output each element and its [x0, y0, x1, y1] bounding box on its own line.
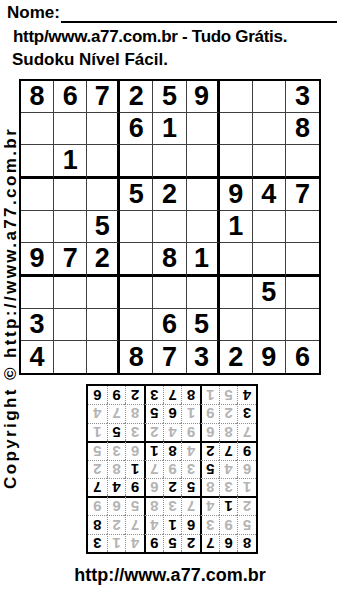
sudoku-cell-r7c1[interactable] — [21, 277, 54, 309]
solution-cell-r8c8: 7 — [107, 404, 126, 422]
sudoku-cell-r8c7[interactable] — [220, 309, 253, 341]
sudoku-cell-r8c3[interactable] — [87, 309, 120, 341]
sudoku-cell-r2c5: 1 — [153, 113, 186, 145]
sudoku-cell-r5c4[interactable] — [120, 211, 153, 243]
solution-board: 8672594135936147282147385691385269476453… — [86, 384, 258, 554]
solution-cell-r6c8: 3 — [107, 441, 126, 460]
solution-cell-r1c5: 5 — [163, 534, 182, 552]
sudoku-cell-r8c2[interactable] — [54, 309, 87, 341]
solution-cell-r4c6: 6 — [144, 478, 163, 496]
solution-cell-r5c7: 1 — [125, 460, 144, 478]
sudoku-cell-r9c7: 2 — [220, 341, 253, 373]
sudoku-cell-r5c8[interactable] — [253, 211, 286, 243]
sudoku-cell-r6c6: 1 — [187, 243, 220, 277]
solution-cell-r7c8: 5 — [107, 423, 126, 441]
solution-cell-r4c8: 4 — [107, 478, 126, 496]
sudoku-cell-r1c6: 9 — [187, 81, 220, 113]
solution-cell-r6c5: 8 — [163, 441, 182, 460]
solution-cell-r8c3: 9 — [200, 404, 219, 422]
solution-cell-r1c9: 3 — [88, 534, 107, 552]
solution-cell-r7c1: 7 — [237, 423, 256, 441]
solution-cell-r4c9: 7 — [88, 478, 107, 496]
solution-cell-r5c5: 9 — [163, 460, 182, 478]
solution-cell-r1c8: 1 — [107, 534, 126, 552]
sudoku-cell-r2c2[interactable] — [54, 113, 87, 145]
sudoku-cell-r1c9: 3 — [286, 81, 319, 113]
solution-cell-r2c6: 4 — [144, 515, 163, 533]
sudoku-cell-r9c8: 9 — [253, 341, 286, 373]
solution-cell-r5c1: 6 — [237, 460, 256, 478]
solution-cell-r6c2: 7 — [219, 441, 238, 460]
page-title: Sudoku Nível Fácil. — [12, 50, 168, 70]
solution-cell-r3c5: 3 — [163, 496, 182, 515]
solution-cell-r3c1: 2 — [237, 496, 256, 515]
solution-cell-r8c6: 5 — [144, 404, 163, 422]
sudoku-cell-r7c3[interactable] — [87, 277, 120, 309]
solution-cell-r5c4: 3 — [181, 460, 200, 478]
solution-cell-r6c1: 9 — [237, 441, 256, 460]
solution-cell-r8c9: 4 — [88, 404, 107, 422]
solution-cell-r6c6: 1 — [144, 441, 163, 460]
sudoku-cell-r1c8[interactable] — [253, 81, 286, 113]
sudoku-cell-r6c5: 8 — [153, 243, 186, 277]
sudoku-cell-r5c1[interactable] — [21, 211, 54, 243]
solution-cell-r9c4: 8 — [181, 386, 200, 404]
sudoku-cell-r8c9[interactable] — [286, 309, 319, 341]
solution-cell-r7c3: 6 — [200, 423, 219, 441]
solution-cell-r7c2: 8 — [219, 423, 238, 441]
sudoku-cell-r2c4: 6 — [120, 113, 153, 145]
solution-cell-r2c9: 8 — [88, 515, 107, 533]
solution-cell-r9c8: 9 — [107, 386, 126, 404]
solution-cell-r1c4: 2 — [181, 534, 200, 552]
sudoku-cell-r3c9[interactable] — [286, 145, 319, 179]
sudoku-cell-r1c7[interactable] — [220, 81, 253, 113]
sudoku-cell-r6c9[interactable] — [286, 243, 319, 277]
sudoku-cell-r3c6[interactable] — [187, 145, 220, 179]
sudoku-cell-r9c5: 7 — [153, 341, 186, 373]
solution-cell-r3c3: 4 — [200, 496, 219, 515]
solution-cell-r1c3: 7 — [200, 534, 219, 552]
solution-cell-r3c9: 9 — [88, 496, 107, 515]
sudoku-cell-r9c2[interactable] — [54, 341, 87, 373]
solution-cell-r8c5: 6 — [163, 404, 182, 422]
sudoku-cell-r4c6[interactable] — [187, 179, 220, 211]
solution-cell-r2c1: 5 — [237, 515, 256, 533]
sudoku-cell-r7c9[interactable] — [286, 277, 319, 309]
sudoku-cell-r6c1: 9 — [21, 243, 54, 277]
sudoku-cell-r9c4: 8 — [120, 341, 153, 373]
solution-cell-r4c2: 3 — [219, 478, 238, 496]
sudoku-cell-r4c7: 9 — [220, 179, 253, 211]
sudoku-cell-r9c9: 6 — [286, 341, 319, 373]
sudoku-cell-r2c3[interactable] — [87, 113, 120, 145]
sudoku-cell-r3c2: 1 — [54, 145, 87, 179]
sudoku-cell-r4c2[interactable] — [54, 179, 87, 211]
sudoku-cell-r3c8[interactable] — [253, 145, 286, 179]
sudoku-cell-r6c7[interactable] — [220, 243, 253, 277]
footer-url: http://www.a77.com.br — [0, 565, 340, 586]
sudoku-cell-r1c1: 8 — [21, 81, 54, 113]
sudoku-cell-r7c5[interactable] — [153, 277, 186, 309]
solution-cell-r8c2: 2 — [219, 404, 238, 422]
solution-cell-r9c5: 7 — [163, 386, 182, 404]
sudoku-cell-r7c2[interactable] — [54, 277, 87, 309]
sudoku-cell-r5c5[interactable] — [153, 211, 186, 243]
sudoku-cell-r8c6: 5 — [187, 309, 220, 341]
sudoku-cell-r4c1[interactable] — [21, 179, 54, 211]
sudoku-cell-r4c4: 5 — [120, 179, 153, 211]
sudoku-cell-r6c2: 7 — [54, 243, 87, 277]
solution-cell-r3c2: 1 — [219, 496, 238, 515]
sudoku-cell-r6c3: 2 — [87, 243, 120, 277]
sudoku-cell-r1c5: 5 — [153, 81, 186, 113]
site-tagline: http/www.a77.com.br - Tudo Grátis. — [13, 27, 287, 47]
solution-cell-r9c7: 2 — [125, 386, 144, 404]
solution-cell-r4c7: 9 — [125, 478, 144, 496]
name-label: Nome: — [7, 3, 60, 23]
sudoku-cell-r4c5: 2 — [153, 179, 186, 211]
solution-cell-r7c9: 1 — [88, 423, 107, 441]
sudoku-cell-r3c1[interactable] — [21, 145, 54, 179]
solution-cell-r4c3: 8 — [200, 478, 219, 496]
sudoku-cell-r7c4[interactable] — [120, 277, 153, 309]
sudoku-cell-r4c9: 7 — [286, 179, 319, 211]
solution-cell-r1c1: 8 — [237, 534, 256, 552]
sudoku-board: 8672593618152947519728153654873296 — [19, 79, 321, 375]
sudoku-cell-r7c6[interactable] — [187, 277, 220, 309]
solution-cell-r2c5: 1 — [163, 515, 182, 533]
sudoku-cell-r4c8: 4 — [253, 179, 286, 211]
solution-cell-r6c3: 2 — [200, 441, 219, 460]
sudoku-cell-r2c8[interactable] — [253, 113, 286, 145]
solution-cell-r5c3: 5 — [200, 460, 219, 478]
sudoku-cell-r5c3: 5 — [87, 211, 120, 243]
solution-cell-r7c4: 9 — [181, 423, 200, 441]
solution-cell-r9c2: 5 — [219, 386, 238, 404]
sudoku-cell-r8c5: 6 — [153, 309, 186, 341]
solution-cell-r5c6: 7 — [144, 460, 163, 478]
solution-cell-r4c1: 1 — [237, 478, 256, 496]
solution-cell-r8c4: 1 — [181, 404, 200, 422]
solution-cell-r3c7: 5 — [125, 496, 144, 515]
sudoku-cell-r2c7[interactable] — [220, 113, 253, 145]
sudoku-cell-r3c4[interactable] — [120, 145, 153, 179]
solution-cell-r6c9: 5 — [88, 441, 107, 460]
sudoku-cell-r4c3[interactable] — [87, 179, 120, 211]
sudoku-cell-r3c5[interactable] — [153, 145, 186, 179]
solution-cell-r3c6: 8 — [144, 496, 163, 515]
sudoku-cell-r8c8[interactable] — [253, 309, 286, 341]
solution-cell-r8c7: 8 — [125, 404, 144, 422]
solution-cell-r5c9: 2 — [88, 460, 107, 478]
sudoku-cell-r9c6: 3 — [187, 341, 220, 373]
sudoku-cell-r5c7: 1 — [220, 211, 253, 243]
solution-cell-r1c7: 4 — [125, 534, 144, 552]
solution-cell-r2c7: 7 — [125, 515, 144, 533]
solution-cell-r2c8: 2 — [107, 515, 126, 533]
sudoku-cell-r2c1[interactable] — [21, 113, 54, 145]
solution-cell-r5c8: 8 — [107, 460, 126, 478]
solution-cell-r7c6: 2 — [144, 423, 163, 441]
solution-cell-r4c4: 5 — [181, 478, 200, 496]
sudoku-cell-r2c6[interactable] — [187, 113, 220, 145]
sudoku-cell-r7c7[interactable] — [220, 277, 253, 309]
sudoku-cell-r9c1: 4 — [21, 341, 54, 373]
solution-cell-r7c7: 3 — [125, 423, 144, 441]
sudoku-cell-r5c2[interactable] — [54, 211, 87, 243]
sudoku-cell-r8c1: 3 — [21, 309, 54, 341]
solution-cell-r9c3: 1 — [200, 386, 219, 404]
sudoku-cell-r5c9[interactable] — [286, 211, 319, 243]
sudoku-cell-r1c4: 2 — [120, 81, 153, 113]
sudoku-cell-r1c3: 7 — [87, 81, 120, 113]
sudoku-cell-r7c8: 5 — [253, 277, 286, 309]
copyright-vertical-text: Copyright © http://www.a77.com.br — [1, 127, 21, 489]
solution-cell-r5c2: 4 — [219, 460, 238, 478]
solution-cell-r6c4: 4 — [181, 441, 200, 460]
solution-cell-r2c2: 9 — [219, 515, 238, 533]
sudoku-cell-r6c4[interactable] — [120, 243, 153, 277]
sudoku-cell-r3c3[interactable] — [87, 145, 120, 179]
sudoku-cell-r8c4[interactable] — [120, 309, 153, 341]
sudoku-cell-r2c9: 8 — [286, 113, 319, 145]
solution-cell-r9c9: 6 — [88, 386, 107, 404]
sudoku-cell-r1c2: 6 — [54, 81, 87, 113]
solution-cell-r4c5: 2 — [163, 478, 182, 496]
solution-cell-r6c7: 6 — [125, 441, 144, 460]
solution-cell-r3c4: 7 — [181, 496, 200, 515]
solution-cell-r1c6: 9 — [144, 534, 163, 552]
solution-cell-r9c1: 4 — [237, 386, 256, 404]
solution-cell-r2c3: 3 — [200, 515, 219, 533]
sudoku-cell-r9c3[interactable] — [87, 341, 120, 373]
solution-cell-r8c1: 3 — [237, 404, 256, 422]
solution-cell-r1c2: 6 — [219, 534, 238, 552]
solution-cell-r9c6: 3 — [144, 386, 163, 404]
sudoku-cell-r5c6[interactable] — [187, 211, 220, 243]
sudoku-cell-r3c7[interactable] — [220, 145, 253, 179]
sudoku-cell-r6c8[interactable] — [253, 243, 286, 277]
solution-cell-r2c4: 6 — [181, 515, 200, 533]
solution-cell-r7c5: 4 — [163, 423, 182, 441]
name-underline — [61, 21, 337, 23]
solution-cell-r3c8: 6 — [107, 496, 126, 515]
